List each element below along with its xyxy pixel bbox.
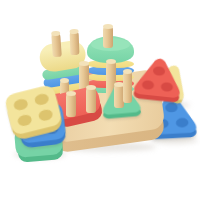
square-post-peg-front-left (66, 93, 76, 117)
red-triangle-top (134, 56, 183, 98)
red-triangle-piece (131, 56, 186, 107)
circle-post-peg (103, 26, 113, 48)
toy-product-photo (0, 0, 200, 200)
oval-post-peg-right (70, 31, 80, 55)
oval-post-peg-left (51, 33, 62, 58)
square-post-peg-front-right (86, 87, 96, 113)
